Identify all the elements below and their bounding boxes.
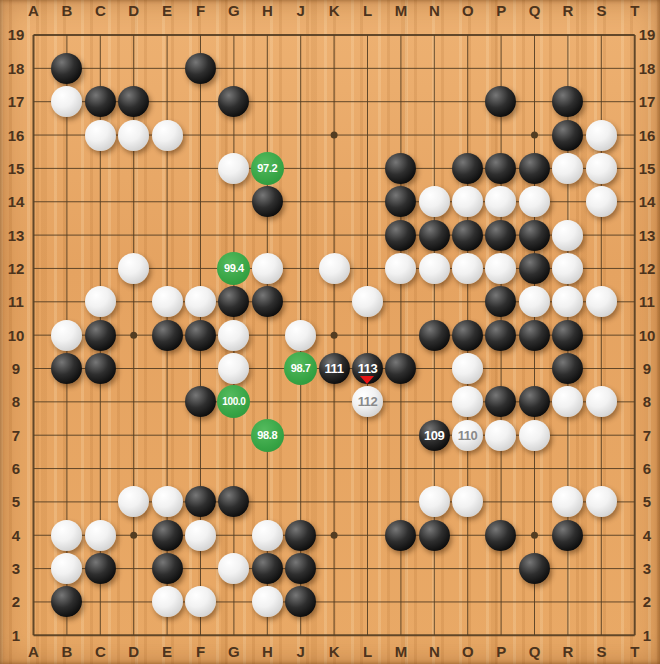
intersection-E9[interactable] (150, 352, 183, 385)
intersection-K16[interactable] (317, 118, 350, 151)
intersection-H14[interactable] (251, 185, 284, 218)
intersection-R7[interactable] (551, 418, 584, 451)
intersection-G18[interactable] (217, 52, 250, 85)
intersection-P19[interactable] (484, 18, 517, 51)
intersection-E4[interactable] (150, 518, 183, 551)
intersection-M6[interactable] (384, 452, 417, 485)
intersection-P4[interactable] (484, 518, 517, 551)
intersection-A19[interactable] (17, 18, 50, 51)
intersection-M2[interactable] (384, 585, 417, 618)
intersection-H8[interactable] (251, 385, 284, 418)
intersection-N18[interactable] (417, 52, 450, 85)
intersection-N15[interactable] (417, 152, 450, 185)
intersection-A6[interactable] (17, 452, 50, 485)
intersection-P17[interactable] (484, 85, 517, 118)
intersection-R12[interactable] (551, 252, 584, 285)
intersection-K3[interactable] (317, 552, 350, 585)
intersection-D9[interactable] (117, 352, 150, 385)
intersection-Q1[interactable] (518, 618, 551, 651)
intersection-B17[interactable] (50, 85, 83, 118)
intersection-J10[interactable] (284, 318, 317, 351)
intersection-S6[interactable] (584, 452, 617, 485)
intersection-F14[interactable] (184, 185, 217, 218)
intersection-A10[interactable] (17, 318, 50, 351)
intersection-P15[interactable] (484, 152, 517, 185)
intersection-A8[interactable] (17, 385, 50, 418)
intersection-S14[interactable] (584, 185, 617, 218)
intersection-M3[interactable] (384, 552, 417, 585)
intersection-G5[interactable] (217, 485, 250, 518)
intersection-O4[interactable] (451, 518, 484, 551)
intersection-E6[interactable] (150, 452, 183, 485)
intersection-M14[interactable] (384, 185, 417, 218)
intersection-A9[interactable] (17, 352, 50, 385)
intersection-T8[interactable] (618, 385, 651, 418)
intersection-R19[interactable] (551, 18, 584, 51)
intersection-M19[interactable] (384, 18, 417, 51)
intersection-G6[interactable] (217, 452, 250, 485)
intersection-G17[interactable] (217, 85, 250, 118)
intersection-F6[interactable] (184, 452, 217, 485)
intersection-L19[interactable] (351, 18, 384, 51)
intersection-R18[interactable] (551, 52, 584, 85)
intersection-E19[interactable] (150, 18, 183, 51)
intersection-T15[interactable] (618, 152, 651, 185)
intersection-B4[interactable] (50, 518, 83, 551)
intersection-O12[interactable] (451, 252, 484, 285)
intersection-D3[interactable] (117, 552, 150, 585)
intersection-S5[interactable] (584, 485, 617, 518)
intersection-M9[interactable] (384, 352, 417, 385)
intersection-M17[interactable] (384, 85, 417, 118)
ai-suggestion-J9[interactable]: 98.7 (284, 352, 317, 385)
intersection-K12[interactable] (317, 252, 350, 285)
intersection-L16[interactable] (351, 118, 384, 151)
intersection-B1[interactable] (50, 618, 83, 651)
intersection-C11[interactable] (84, 285, 117, 318)
intersection-R6[interactable] (551, 452, 584, 485)
intersection-D16[interactable] (117, 118, 150, 151)
intersection-J16[interactable] (284, 118, 317, 151)
intersection-M7[interactable] (384, 418, 417, 451)
intersection-M13[interactable] (384, 218, 417, 251)
ai-suggestion-H7[interactable]: 98.8 (251, 419, 284, 452)
intersection-K13[interactable] (317, 218, 350, 251)
intersection-E18[interactable] (150, 52, 183, 85)
intersection-T3[interactable] (618, 552, 651, 585)
intersection-C5[interactable] (84, 485, 117, 518)
intersection-J5[interactable] (284, 485, 317, 518)
intersection-L17[interactable] (351, 85, 384, 118)
intersection-R11[interactable] (551, 285, 584, 318)
intersection-J12[interactable] (284, 252, 317, 285)
intersection-O1[interactable] (451, 618, 484, 651)
intersection-B15[interactable] (50, 152, 83, 185)
intersection-S1[interactable] (584, 618, 617, 651)
intersection-L5[interactable] (351, 485, 384, 518)
intersection-L12[interactable] (351, 252, 384, 285)
intersection-S3[interactable] (584, 552, 617, 585)
intersection-A13[interactable] (17, 218, 50, 251)
intersection-G4[interactable] (217, 518, 250, 551)
intersection-G14[interactable] (217, 185, 250, 218)
intersection-T5[interactable] (618, 485, 651, 518)
intersection-J8[interactable] (284, 385, 317, 418)
intersection-P6[interactable] (484, 452, 517, 485)
intersection-H11[interactable] (251, 285, 284, 318)
intersection-S16[interactable] (584, 118, 617, 151)
intersection-D17[interactable] (117, 85, 150, 118)
intersection-A7[interactable] (17, 418, 50, 451)
ai-suggestion-G8[interactable]: 100.0 (217, 385, 250, 418)
intersection-F3[interactable] (184, 552, 217, 585)
intersection-T17[interactable] (618, 85, 651, 118)
intersection-G9[interactable] (217, 352, 250, 385)
intersection-S19[interactable] (584, 18, 617, 51)
intersection-T1[interactable] (618, 618, 651, 651)
intersection-F12[interactable] (184, 252, 217, 285)
intersection-O6[interactable] (451, 452, 484, 485)
intersection-J11[interactable] (284, 285, 317, 318)
intersection-O18[interactable] (451, 52, 484, 85)
intersection-D19[interactable] (117, 18, 150, 51)
intersection-N5[interactable] (417, 485, 450, 518)
intersection-Q18[interactable] (518, 52, 551, 85)
intersection-E5[interactable] (150, 485, 183, 518)
intersection-C6[interactable] (84, 452, 117, 485)
intersection-P7[interactable] (484, 418, 517, 451)
intersection-M5[interactable] (384, 485, 417, 518)
intersection-Q6[interactable] (518, 452, 551, 485)
intersection-G15[interactable] (217, 152, 250, 185)
intersection-B10[interactable] (50, 318, 83, 351)
intersection-F17[interactable] (184, 85, 217, 118)
intersection-M15[interactable] (384, 152, 417, 185)
intersection-T19[interactable] (618, 18, 651, 51)
intersection-C17[interactable] (84, 85, 117, 118)
intersection-G10[interactable] (217, 318, 250, 351)
intersection-K7[interactable] (317, 418, 350, 451)
intersection-A2[interactable] (17, 585, 50, 618)
intersection-B13[interactable] (50, 218, 83, 251)
intersection-M11[interactable] (384, 285, 417, 318)
intersection-N9[interactable] (417, 352, 450, 385)
intersection-K11[interactable] (317, 285, 350, 318)
intersection-P14[interactable] (484, 185, 517, 218)
intersection-P13[interactable] (484, 218, 517, 251)
intersection-L7[interactable] (351, 418, 384, 451)
intersection-L13[interactable] (351, 218, 384, 251)
intersection-G13[interactable] (217, 218, 250, 251)
intersection-F10[interactable] (184, 318, 217, 351)
intersection-T9[interactable] (618, 352, 651, 385)
intersection-F15[interactable] (184, 152, 217, 185)
intersection-G1[interactable] (217, 618, 250, 651)
intersection-D18[interactable] (117, 52, 150, 85)
intersection-T6[interactable] (618, 452, 651, 485)
intersection-J7[interactable] (284, 418, 317, 451)
intersection-P3[interactable] (484, 552, 517, 585)
intersection-N4[interactable] (417, 518, 450, 551)
intersection-R10[interactable] (551, 318, 584, 351)
intersection-H2[interactable] (251, 585, 284, 618)
intersection-A3[interactable] (17, 552, 50, 585)
intersection-Q8[interactable] (518, 385, 551, 418)
intersection-L18[interactable] (351, 52, 384, 85)
intersection-D2[interactable] (117, 585, 150, 618)
intersection-E8[interactable] (150, 385, 183, 418)
intersection-D5[interactable] (117, 485, 150, 518)
intersection-K18[interactable] (317, 52, 350, 85)
intersection-T4[interactable] (618, 518, 651, 551)
intersection-B2[interactable] (50, 585, 83, 618)
intersection-F5[interactable] (184, 485, 217, 518)
intersection-C18[interactable] (84, 52, 117, 85)
intersection-R15[interactable] (551, 152, 584, 185)
intersection-L4[interactable] (351, 518, 384, 551)
intersection-K6[interactable] (317, 452, 350, 485)
intersection-E2[interactable] (150, 585, 183, 618)
intersection-S18[interactable] (584, 52, 617, 85)
intersection-N7[interactable]: 109 (417, 418, 450, 451)
intersection-J19[interactable] (284, 18, 317, 51)
intersection-T10[interactable] (618, 318, 651, 351)
intersection-R2[interactable] (551, 585, 584, 618)
intersection-H1[interactable] (251, 618, 284, 651)
intersection-H15[interactable]: 97.2 (251, 152, 284, 185)
intersection-C19[interactable] (84, 18, 117, 51)
intersection-P12[interactable] (484, 252, 517, 285)
intersection-A11[interactable] (17, 285, 50, 318)
intersection-M18[interactable] (384, 52, 417, 85)
ai-suggestion-G12[interactable]: 99.4 (217, 252, 250, 285)
intersection-R5[interactable] (551, 485, 584, 518)
intersection-S9[interactable] (584, 352, 617, 385)
intersection-T12[interactable] (618, 252, 651, 285)
intersection-T13[interactable] (618, 218, 651, 251)
intersection-G12[interactable]: 99.4 (217, 252, 250, 285)
intersection-B7[interactable] (50, 418, 83, 451)
intersection-S17[interactable] (584, 85, 617, 118)
intersection-M1[interactable] (384, 618, 417, 651)
intersection-C16[interactable] (84, 118, 117, 151)
intersection-S11[interactable] (584, 285, 617, 318)
intersection-O11[interactable] (451, 285, 484, 318)
intersection-B18[interactable] (50, 52, 83, 85)
intersection-R16[interactable] (551, 118, 584, 151)
intersection-H4[interactable] (251, 518, 284, 551)
intersection-E3[interactable] (150, 552, 183, 585)
intersection-F4[interactable] (184, 518, 217, 551)
intersection-Q11[interactable] (518, 285, 551, 318)
intersection-B16[interactable] (50, 118, 83, 151)
intersection-H17[interactable] (251, 85, 284, 118)
intersection-H7[interactable]: 98.8 (251, 418, 284, 451)
intersection-R14[interactable] (551, 185, 584, 218)
intersection-T7[interactable] (618, 418, 651, 451)
intersection-P16[interactable] (484, 118, 517, 151)
intersection-A17[interactable] (17, 85, 50, 118)
intersection-O9[interactable] (451, 352, 484, 385)
intersection-J1[interactable] (284, 618, 317, 651)
intersection-O10[interactable] (451, 318, 484, 351)
intersection-D4[interactable] (117, 518, 150, 551)
intersection-D10[interactable] (117, 318, 150, 351)
intersection-S7[interactable] (584, 418, 617, 451)
intersection-Q15[interactable] (518, 152, 551, 185)
intersection-F13[interactable] (184, 218, 217, 251)
intersection-G3[interactable] (217, 552, 250, 585)
intersection-E10[interactable] (150, 318, 183, 351)
intersection-E13[interactable] (150, 218, 183, 251)
intersection-Q7[interactable] (518, 418, 551, 451)
intersection-C2[interactable] (84, 585, 117, 618)
intersection-C14[interactable] (84, 185, 117, 218)
intersection-O15[interactable] (451, 152, 484, 185)
intersection-E11[interactable] (150, 285, 183, 318)
intersection-K14[interactable] (317, 185, 350, 218)
intersection-O3[interactable] (451, 552, 484, 585)
intersection-P5[interactable] (484, 485, 517, 518)
intersection-C8[interactable] (84, 385, 117, 418)
intersection-J3[interactable] (284, 552, 317, 585)
intersection-L6[interactable] (351, 452, 384, 485)
intersection-D6[interactable] (117, 452, 150, 485)
intersection-Q10[interactable] (518, 318, 551, 351)
intersection-B14[interactable] (50, 185, 83, 218)
intersection-Q17[interactable] (518, 85, 551, 118)
intersection-O14[interactable] (451, 185, 484, 218)
intersection-T14[interactable] (618, 185, 651, 218)
intersection-J14[interactable] (284, 185, 317, 218)
intersection-K19[interactable] (317, 18, 350, 51)
intersection-B9[interactable] (50, 352, 83, 385)
intersection-K17[interactable] (317, 85, 350, 118)
intersection-O2[interactable] (451, 585, 484, 618)
intersection-O19[interactable] (451, 18, 484, 51)
intersection-N16[interactable] (417, 118, 450, 151)
intersection-K15[interactable] (317, 152, 350, 185)
intersection-L11[interactable] (351, 285, 384, 318)
intersection-Q12[interactable] (518, 252, 551, 285)
intersection-H18[interactable] (251, 52, 284, 85)
intersection-L2[interactable] (351, 585, 384, 618)
intersection-C15[interactable] (84, 152, 117, 185)
intersection-C3[interactable] (84, 552, 117, 585)
intersection-N1[interactable] (417, 618, 450, 651)
intersection-K4[interactable] (317, 518, 350, 551)
intersection-N3[interactable] (417, 552, 450, 585)
intersection-T11[interactable] (618, 285, 651, 318)
intersection-P2[interactable] (484, 585, 517, 618)
intersection-S12[interactable] (584, 252, 617, 285)
intersection-M16[interactable] (384, 118, 417, 151)
intersection-N8[interactable] (417, 385, 450, 418)
intersection-N19[interactable] (417, 18, 450, 51)
intersection-D11[interactable] (117, 285, 150, 318)
intersection-B11[interactable] (50, 285, 83, 318)
intersection-N2[interactable] (417, 585, 450, 618)
intersection-D7[interactable] (117, 418, 150, 451)
intersection-C13[interactable] (84, 218, 117, 251)
intersection-H5[interactable] (251, 485, 284, 518)
intersection-J6[interactable] (284, 452, 317, 485)
intersection-J13[interactable] (284, 218, 317, 251)
intersection-M12[interactable] (384, 252, 417, 285)
intersection-A5[interactable] (17, 485, 50, 518)
intersection-F19[interactable] (184, 18, 217, 51)
intersection-N14[interactable] (417, 185, 450, 218)
intersection-Q2[interactable] (518, 585, 551, 618)
intersection-J2[interactable] (284, 585, 317, 618)
intersection-A18[interactable] (17, 52, 50, 85)
intersection-K5[interactable] (317, 485, 350, 518)
intersection-E16[interactable] (150, 118, 183, 151)
intersection-S10[interactable] (584, 318, 617, 351)
intersection-D12[interactable] (117, 252, 150, 285)
intersection-S8[interactable] (584, 385, 617, 418)
intersection-L10[interactable] (351, 318, 384, 351)
intersection-E7[interactable] (150, 418, 183, 451)
intersection-J9[interactable]: 98.7 (284, 352, 317, 385)
intersection-P1[interactable] (484, 618, 517, 651)
intersection-B8[interactable] (50, 385, 83, 418)
intersection-F16[interactable] (184, 118, 217, 151)
intersection-R13[interactable] (551, 218, 584, 251)
intersection-K9[interactable]: 111 (317, 352, 350, 385)
intersection-K10[interactable] (317, 318, 350, 351)
intersection-Q3[interactable] (518, 552, 551, 585)
intersection-P18[interactable] (484, 52, 517, 85)
intersection-D14[interactable] (117, 185, 150, 218)
intersection-P10[interactable] (484, 318, 517, 351)
intersection-S4[interactable] (584, 518, 617, 551)
intersection-H10[interactable] (251, 318, 284, 351)
intersection-E17[interactable] (150, 85, 183, 118)
intersection-C12[interactable] (84, 252, 117, 285)
intersection-N11[interactable] (417, 285, 450, 318)
intersection-C4[interactable] (84, 518, 117, 551)
intersection-T18[interactable] (618, 52, 651, 85)
intersection-F9[interactable] (184, 352, 217, 385)
intersection-R3[interactable] (551, 552, 584, 585)
intersection-G19[interactable] (217, 18, 250, 51)
intersection-N17[interactable] (417, 85, 450, 118)
intersection-H19[interactable] (251, 18, 284, 51)
intersection-C10[interactable] (84, 318, 117, 351)
intersection-C1[interactable] (84, 618, 117, 651)
intersection-B5[interactable] (50, 485, 83, 518)
intersection-T2[interactable] (618, 585, 651, 618)
intersection-O8[interactable] (451, 385, 484, 418)
intersection-A12[interactable] (17, 252, 50, 285)
intersection-N12[interactable] (417, 252, 450, 285)
intersection-F18[interactable] (184, 52, 217, 85)
intersection-F7[interactable] (184, 418, 217, 451)
intersection-F8[interactable] (184, 385, 217, 418)
intersection-E14[interactable] (150, 185, 183, 218)
intersection-Q16[interactable] (518, 118, 551, 151)
intersection-R4[interactable] (551, 518, 584, 551)
intersection-L9[interactable]: 113 (351, 352, 384, 385)
intersection-Q14[interactable] (518, 185, 551, 218)
intersection-L8[interactable]: 112 (351, 385, 384, 418)
intersection-B6[interactable] (50, 452, 83, 485)
intersection-B12[interactable] (50, 252, 83, 285)
intersection-O13[interactable] (451, 218, 484, 251)
intersection-D8[interactable] (117, 385, 150, 418)
intersection-J17[interactable] (284, 85, 317, 118)
